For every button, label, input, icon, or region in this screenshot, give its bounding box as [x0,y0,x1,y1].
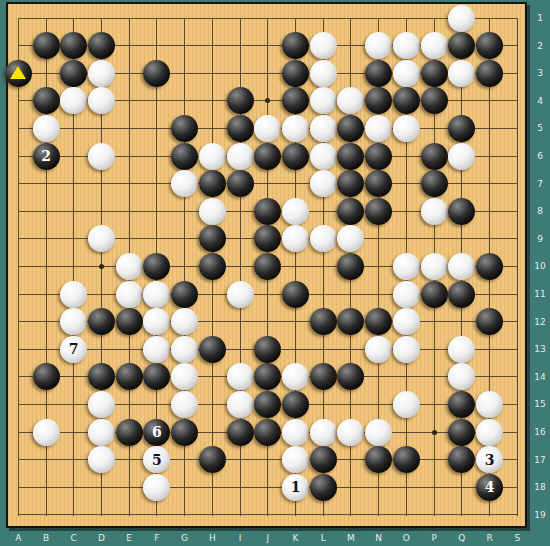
stone-white[interactable] [393,32,420,59]
move-number-label: 1 [291,480,301,494]
stone-white[interactable] [476,419,503,446]
stone-white[interactable] [254,115,281,142]
stone-white[interactable] [227,143,254,170]
row-label: 15 [531,399,549,409]
stone-white[interactable] [88,419,115,446]
row-label: 19 [531,510,549,520]
stone-white[interactable]: 3 [476,446,503,473]
stone-black[interactable] [33,87,60,114]
move-number-label: 7 [69,342,79,356]
stone-white[interactable] [448,60,475,87]
go-board[interactable]: 2765314 [6,2,527,528]
stone-black[interactable] [5,60,32,87]
column-label: L [315,533,331,543]
stone-black[interactable] [337,143,364,170]
grid-line-horizontal [18,514,518,515]
star-point [99,264,104,269]
row-label: 1 [531,13,549,23]
stone-white[interactable] [282,446,309,473]
stone-black[interactable] [448,391,475,418]
row-label: 6 [531,151,549,161]
stone-black[interactable] [33,363,60,390]
stone-black[interactable] [448,419,475,446]
stone-white[interactable] [88,391,115,418]
stone-black[interactable] [337,198,364,225]
stone-black[interactable] [282,60,309,87]
stone-black[interactable] [254,253,281,280]
grid-line-horizontal [18,487,518,488]
column-label: C [66,533,82,543]
stone-white[interactable] [421,32,448,59]
stone-white[interactable] [227,363,254,390]
column-label: I [232,533,248,543]
stone-black[interactable] [310,363,337,390]
stone-white[interactable] [227,391,254,418]
stone-white[interactable] [116,281,143,308]
stone-black[interactable] [310,474,337,501]
stone-black[interactable] [448,281,475,308]
stone-white[interactable] [171,308,198,335]
column-label: Q [454,533,470,543]
stone-black[interactable] [171,115,198,142]
row-label: 13 [531,344,549,354]
triangle-mark [10,66,26,79]
column-label: B [38,533,54,543]
move-number-label: 5 [152,453,162,467]
stone-white[interactable]: 1 [282,474,309,501]
stone-black[interactable] [421,143,448,170]
column-label: H [204,533,220,543]
stone-black[interactable] [476,253,503,280]
stone-white[interactable] [393,115,420,142]
stone-white[interactable] [310,143,337,170]
stone-white[interactable] [88,143,115,170]
stone-white[interactable] [171,391,198,418]
stone-black[interactable] [476,60,503,87]
row-label: 4 [531,96,549,106]
stone-black[interactable] [282,281,309,308]
stone-white[interactable] [448,143,475,170]
stone-black[interactable] [116,363,143,390]
star-point [432,430,437,435]
stone-black[interactable] [116,308,143,335]
stone-white[interactable] [171,170,198,197]
column-label: O [398,533,414,543]
stone-black[interactable]: 2 [33,143,60,170]
stone-white[interactable] [476,391,503,418]
stone-black[interactable] [282,143,309,170]
stone-black[interactable] [88,32,115,59]
go-client-window: 2765314 ABCDEFGHIJKLMNOPQRS 123456789101… [0,0,550,546]
stone-black[interactable] [143,60,170,87]
stone-white[interactable] [365,336,392,363]
row-label: 7 [531,179,549,189]
row-label: 11 [531,289,549,299]
column-label: E [121,533,137,543]
stone-white[interactable] [448,253,475,280]
stone-black[interactable] [171,143,198,170]
stone-white[interactable] [393,281,420,308]
stone-white[interactable] [448,5,475,32]
move-number-label: 6 [152,425,162,439]
stone-black[interactable] [421,87,448,114]
stone-white[interactable] [448,336,475,363]
stone-black[interactable] [199,225,226,252]
row-label: 18 [531,482,549,492]
stone-white[interactable] [88,60,115,87]
stone-black[interactable] [60,60,87,87]
stone-black[interactable] [282,32,309,59]
stone-black[interactable] [365,143,392,170]
column-label: G [177,533,193,543]
column-label: D [93,533,109,543]
stone-white[interactable] [143,474,170,501]
stone-black[interactable] [199,446,226,473]
stone-white[interactable] [393,253,420,280]
stone-black[interactable] [254,198,281,225]
stone-black[interactable] [310,446,337,473]
stone-white[interactable] [88,446,115,473]
stone-black[interactable] [199,336,226,363]
stone-black[interactable] [227,170,254,197]
stone-black[interactable] [227,87,254,114]
stone-black[interactable] [393,87,420,114]
stone-white[interactable] [199,143,226,170]
row-label: 2 [531,41,549,51]
stone-white[interactable] [365,115,392,142]
row-label: 8 [531,206,549,216]
stone-white[interactable] [310,225,337,252]
stone-white[interactable] [143,281,170,308]
column-label: S [509,533,525,543]
stone-white[interactable] [282,419,309,446]
stone-black[interactable] [227,419,254,446]
stone-black[interactable] [227,115,254,142]
stone-black[interactable] [476,32,503,59]
stone-white[interactable] [310,32,337,59]
stone-white[interactable] [310,115,337,142]
stone-black[interactable] [199,253,226,280]
stone-black[interactable]: 4 [476,474,503,501]
column-label: A [10,533,26,543]
stone-white[interactable] [227,281,254,308]
stone-black[interactable] [254,391,281,418]
move-number-label: 2 [41,149,51,163]
column-label: N [371,533,387,543]
stone-black[interactable] [365,198,392,225]
stone-white[interactable] [282,115,309,142]
grid-line-vertical [18,18,19,516]
column-label: R [482,533,498,543]
stone-white[interactable] [393,308,420,335]
stone-white[interactable] [60,281,87,308]
stone-white[interactable] [337,419,364,446]
stone-black[interactable] [421,60,448,87]
stone-black[interactable] [171,281,198,308]
stone-black[interactable] [171,419,198,446]
stone-white[interactable] [199,198,226,225]
stone-black[interactable] [88,308,115,335]
row-label: 16 [531,427,549,437]
column-label: M [343,533,359,543]
stone-white[interactable] [171,336,198,363]
stone-white[interactable] [33,115,60,142]
stone-white[interactable] [365,419,392,446]
row-label: 17 [531,455,549,465]
stone-white[interactable] [116,253,143,280]
stone-black[interactable] [116,419,143,446]
stone-white[interactable] [143,336,170,363]
column-label: P [426,533,442,543]
stone-black[interactable] [254,336,281,363]
column-label: K [288,533,304,543]
row-label: 10 [531,261,549,271]
row-label: 3 [531,68,549,78]
stone-white[interactable] [282,198,309,225]
column-label: F [149,533,165,543]
stone-black[interactable] [254,419,281,446]
stone-white[interactable] [310,170,337,197]
stone-white[interactable] [310,419,337,446]
row-label: 9 [531,234,549,244]
stone-black[interactable] [310,308,337,335]
stone-white[interactable] [421,253,448,280]
stone-black[interactable] [199,170,226,197]
stone-white[interactable]: 7 [60,336,87,363]
move-number-label: 3 [485,453,495,467]
stone-black[interactable] [421,281,448,308]
stone-white[interactable] [33,419,60,446]
stone-black[interactable] [448,198,475,225]
stone-white[interactable] [310,60,337,87]
stone-black[interactable] [33,32,60,59]
stone-black[interactable] [421,170,448,197]
stone-black[interactable] [254,143,281,170]
row-label: 5 [531,123,549,133]
grid-line-horizontal [18,18,518,19]
stone-white[interactable] [421,198,448,225]
grid-line-vertical [517,18,518,516]
stone-white[interactable] [393,336,420,363]
row-label: 12 [531,317,549,327]
stone-white[interactable] [393,60,420,87]
stone-white[interactable] [393,391,420,418]
stone-black[interactable] [282,391,309,418]
column-label: J [260,533,276,543]
stone-black[interactable] [476,308,503,335]
row-label: 14 [531,372,549,382]
stone-black[interactable] [393,446,420,473]
stone-black[interactable]: 6 [143,419,170,446]
stone-white[interactable] [310,87,337,114]
stone-black[interactable] [365,60,392,87]
stone-black[interactable] [448,115,475,142]
move-number-label: 4 [485,480,495,494]
